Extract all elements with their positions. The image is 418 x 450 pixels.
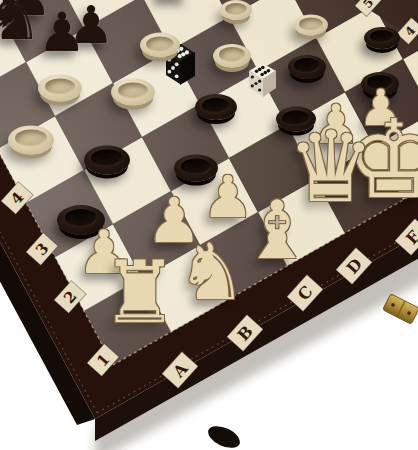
dark-checker-d4[interactable] xyxy=(195,94,237,120)
light-checker-a4[interactable] xyxy=(8,126,54,155)
light-checker-f5[interactable] xyxy=(294,15,328,36)
dark-checker-f4[interactable] xyxy=(288,55,326,79)
black-knight-a7[interactable]: ♞ xyxy=(0,0,43,49)
dark-checker-g3[interactable] xyxy=(364,27,400,49)
light-checker-b5[interactable] xyxy=(38,75,82,102)
photo-canvas: ABCDE123454 ♜♞♝♛♚♟♟♟♟♟♞♟♟♟♟ xyxy=(0,0,418,450)
white-rook-a1[interactable]: ♜ xyxy=(101,249,178,335)
light-checker-d5[interactable] xyxy=(140,33,180,58)
white-knight-b1[interactable]: ♞ xyxy=(177,233,247,311)
black-pawn-b6[interactable]: ♟ xyxy=(38,6,86,60)
dark-checker-b4[interactable] xyxy=(84,146,130,175)
light-checker-e4[interactable] xyxy=(213,44,251,68)
light-checker-e6[interactable] xyxy=(220,0,252,20)
light-checker-c4[interactable] xyxy=(111,79,155,106)
pieces-layer: ♜♞♝♛♚♟♟♟♟♟♞♟♟♟♟ xyxy=(0,0,418,450)
white-bishop-c1[interactable]: ♝ xyxy=(241,191,313,271)
black-pawn-d6[interactable]: ♟ xyxy=(150,0,195,7)
